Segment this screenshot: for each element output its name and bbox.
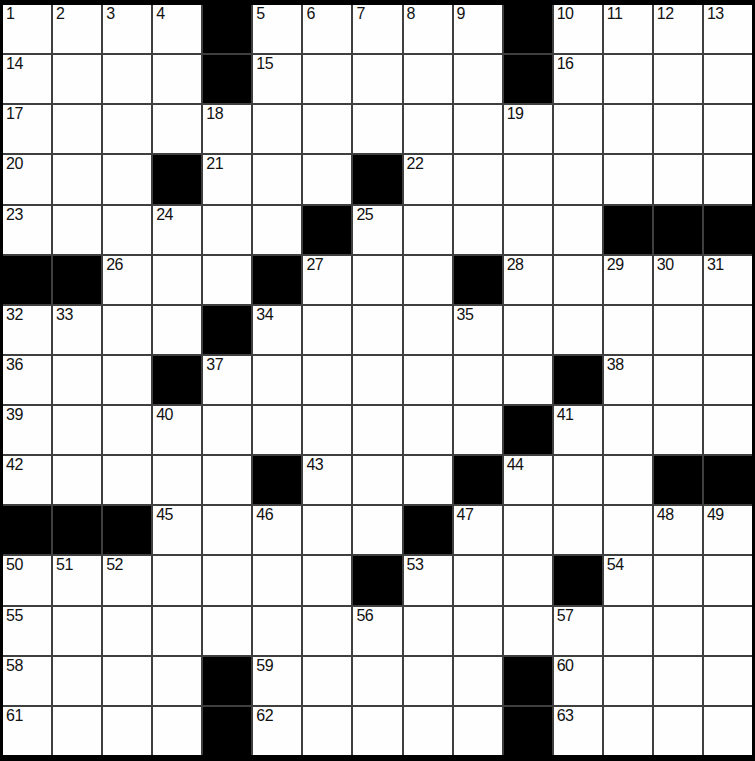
answer-cell-r3-c8[interactable] xyxy=(353,105,401,153)
answer-cell-r6-c12[interactable] xyxy=(554,256,602,304)
blocked-cell-r4-c8 xyxy=(353,155,401,203)
answer-cell-r5-c4[interactable]: 24 xyxy=(153,206,201,254)
answer-cell-r13-c11[interactable] xyxy=(504,607,552,655)
answer-cell-r5-c6[interactable] xyxy=(253,206,301,254)
answer-cell-r2-c7[interactable] xyxy=(303,55,351,103)
blocked-cell-r11-c1 xyxy=(3,506,51,554)
answer-cell-r11-c13[interactable] xyxy=(604,506,652,554)
clue-number-1: 1 xyxy=(6,5,14,23)
answer-cell-r9-c15[interactable] xyxy=(704,406,752,454)
answer-cell-r9-c8[interactable] xyxy=(353,406,401,454)
clue-number-39: 39 xyxy=(6,406,23,424)
blocked-cell-r5-c13 xyxy=(604,206,652,254)
answer-cell-r4-c1[interactable]: 20 xyxy=(3,155,51,203)
clue-number-63: 63 xyxy=(557,707,574,725)
answer-cell-r14-c13[interactable] xyxy=(604,657,652,705)
answer-cell-r6-c7[interactable]: 27 xyxy=(303,256,351,304)
answer-cell-r4-c14[interactable] xyxy=(654,155,702,203)
answer-cell-r9-c12[interactable]: 41 xyxy=(554,406,602,454)
answer-cell-r2-c13[interactable] xyxy=(604,55,652,103)
clue-number-53: 53 xyxy=(407,556,424,574)
answer-cell-r15-c7[interactable] xyxy=(303,707,351,755)
answer-cell-r15-c12[interactable]: 63 xyxy=(554,707,602,755)
clue-number-20: 20 xyxy=(6,155,23,173)
blocked-cell-r4-c4 xyxy=(153,155,201,203)
clue-number-19: 19 xyxy=(507,105,524,123)
answer-cell-r13-c7[interactable] xyxy=(303,607,351,655)
clue-number-59: 59 xyxy=(256,657,273,675)
answer-cell-r8-c15[interactable] xyxy=(704,356,752,404)
answer-cell-r13-c5[interactable] xyxy=(203,607,251,655)
answer-cell-r6-c5[interactable] xyxy=(203,256,251,304)
clue-number-61: 61 xyxy=(6,707,23,725)
clue-number-26: 26 xyxy=(106,256,123,274)
answer-cell-r9-c5[interactable] xyxy=(203,406,251,454)
answer-cell-r9-c9[interactable] xyxy=(404,406,452,454)
answer-cell-r4-c12[interactable] xyxy=(554,155,602,203)
answer-cell-r13-c6[interactable] xyxy=(253,607,301,655)
answer-cell-r15-c15[interactable] xyxy=(704,707,752,755)
answer-cell-r8-c7[interactable] xyxy=(303,356,351,404)
clue-number-31: 31 xyxy=(707,256,724,274)
answer-cell-r5-c11[interactable] xyxy=(504,206,552,254)
answer-cell-r14-c8[interactable] xyxy=(353,657,401,705)
answer-cell-r12-c11[interactable] xyxy=(504,556,552,604)
answer-cell-r6-c15[interactable]: 31 xyxy=(704,256,752,304)
clue-number-17: 17 xyxy=(6,105,23,123)
answer-cell-r15-c1[interactable]: 61 xyxy=(3,707,51,755)
blocked-cell-r11-c3 xyxy=(103,506,151,554)
answer-cell-r1-c2[interactable]: 2 xyxy=(53,5,101,53)
answer-cell-r1-c8[interactable]: 7 xyxy=(353,5,401,53)
clue-number-46: 46 xyxy=(256,506,273,524)
clue-number-4: 4 xyxy=(156,5,164,23)
blocked-cell-r15-c5 xyxy=(203,707,251,755)
answer-cell-r8-c11[interactable] xyxy=(504,356,552,404)
clue-number-28: 28 xyxy=(507,256,524,274)
clue-number-33: 33 xyxy=(56,306,73,324)
answer-cell-r5-c9[interactable] xyxy=(404,206,452,254)
blocked-cell-r9-c11 xyxy=(504,406,552,454)
blocked-cell-r12-c12 xyxy=(554,556,602,604)
answer-cell-r15-c8[interactable] xyxy=(353,707,401,755)
blocked-cell-r6-c1 xyxy=(3,256,51,304)
blocked-cell-r8-c4 xyxy=(153,356,201,404)
answer-cell-r13-c2[interactable] xyxy=(53,607,101,655)
answer-cell-r1-c15[interactable]: 13 xyxy=(704,5,752,53)
answer-cell-r8-c8[interactable] xyxy=(353,356,401,404)
answer-cell-r4-c5[interactable]: 21 xyxy=(203,155,251,203)
answer-cell-r15-c4[interactable] xyxy=(153,707,201,755)
answer-cell-r15-c3[interactable] xyxy=(103,707,151,755)
answer-cell-r8-c5[interactable]: 37 xyxy=(203,356,251,404)
answer-cell-r10-c7[interactable]: 43 xyxy=(303,456,351,504)
answer-cell-r3-c15[interactable] xyxy=(704,105,752,153)
answer-cell-r14-c6[interactable]: 59 xyxy=(253,657,301,705)
answer-cell-r12-c1[interactable]: 50 xyxy=(3,556,51,604)
clue-number-51: 51 xyxy=(56,556,73,574)
clue-number-9: 9 xyxy=(457,5,465,23)
answer-cell-r14-c3[interactable] xyxy=(103,657,151,705)
answer-cell-r12-c14[interactable] xyxy=(654,556,702,604)
clue-number-34: 34 xyxy=(256,306,273,324)
answer-cell-r9-c4[interactable]: 40 xyxy=(153,406,201,454)
clue-number-3: 3 xyxy=(106,5,114,23)
answer-cell-r6-c11[interactable]: 28 xyxy=(504,256,552,304)
answer-cell-r3-c1[interactable]: 17 xyxy=(3,105,51,153)
answer-cell-r13-c15[interactable] xyxy=(704,607,752,655)
answer-cell-r9-c7[interactable] xyxy=(303,406,351,454)
answer-cell-r6-c3[interactable]: 26 xyxy=(103,256,151,304)
answer-cell-r9-c3[interactable] xyxy=(103,406,151,454)
answer-cell-r11-c4[interactable]: 45 xyxy=(153,506,201,554)
clue-number-7: 7 xyxy=(356,5,364,23)
clue-number-21: 21 xyxy=(206,155,223,173)
answer-cell-r12-c15[interactable] xyxy=(704,556,752,604)
answer-cell-r2-c6[interactable]: 15 xyxy=(253,55,301,103)
answer-cell-r2-c12[interactable]: 16 xyxy=(554,55,602,103)
clue-number-57: 57 xyxy=(557,607,574,625)
blocked-cell-r12-c8 xyxy=(353,556,401,604)
answer-cell-r1-c13[interactable]: 11 xyxy=(604,5,652,53)
answer-cell-r5-c5[interactable] xyxy=(203,206,251,254)
answer-cell-r13-c10[interactable] xyxy=(454,607,502,655)
answer-cell-r7-c11[interactable] xyxy=(504,306,552,354)
answer-cell-r10-c5[interactable] xyxy=(203,456,251,504)
answer-cell-r6-c9[interactable] xyxy=(404,256,452,304)
answer-cell-r13-c4[interactable] xyxy=(153,607,201,655)
clue-number-60: 60 xyxy=(557,657,574,675)
blocked-cell-r7-c5 xyxy=(203,306,251,354)
answer-cell-r3-c14[interactable] xyxy=(654,105,702,153)
clue-number-8: 8 xyxy=(407,5,415,23)
answer-cell-r1-c7[interactable]: 6 xyxy=(303,5,351,53)
clue-number-5: 5 xyxy=(256,5,264,23)
clue-number-11: 11 xyxy=(607,5,623,23)
blocked-cell-r6-c2 xyxy=(53,256,101,304)
answer-cell-r8-c3[interactable] xyxy=(103,356,151,404)
blocked-cell-r15-c11 xyxy=(504,707,552,755)
answer-cell-r10-c1[interactable]: 42 xyxy=(3,456,51,504)
clue-number-56: 56 xyxy=(356,607,373,625)
clue-number-49: 49 xyxy=(707,506,724,524)
blocked-cell-r11-c2 xyxy=(53,506,101,554)
answer-cell-r15-c9[interactable] xyxy=(404,707,452,755)
clue-number-27: 27 xyxy=(306,256,323,274)
answer-cell-r5-c1[interactable]: 23 xyxy=(3,206,51,254)
answer-cell-r11-c11[interactable] xyxy=(504,506,552,554)
blocked-cell-r14-c5 xyxy=(203,657,251,705)
answer-cell-r3-c7[interactable] xyxy=(303,105,351,153)
clue-number-2: 2 xyxy=(56,5,64,23)
answer-cell-r11-c15[interactable]: 49 xyxy=(704,506,752,554)
answer-cell-r8-c9[interactable] xyxy=(404,356,452,404)
answer-cell-r3-c2[interactable] xyxy=(53,105,101,153)
answer-cell-r11-c10[interactable]: 47 xyxy=(454,506,502,554)
answer-cell-r5-c3[interactable] xyxy=(103,206,151,254)
answer-cell-r2-c4[interactable] xyxy=(153,55,201,103)
blocked-cell-r10-c15 xyxy=(704,456,752,504)
answer-cell-r2-c1[interactable]: 14 xyxy=(3,55,51,103)
clue-number-12: 12 xyxy=(657,5,674,23)
blocked-cell-r6-c10 xyxy=(454,256,502,304)
answer-cell-r12-c13[interactable]: 54 xyxy=(604,556,652,604)
answer-cell-r4-c3[interactable] xyxy=(103,155,151,203)
answer-cell-r14-c4[interactable] xyxy=(153,657,201,705)
blocked-cell-r11-c9 xyxy=(404,506,452,554)
blocked-cell-r6-c6 xyxy=(253,256,301,304)
answer-cell-r7-c1[interactable]: 32 xyxy=(3,306,51,354)
answer-cell-r3-c6[interactable] xyxy=(253,105,301,153)
answer-cell-r4-c2[interactable] xyxy=(53,155,101,203)
clue-number-14: 14 xyxy=(6,55,23,73)
clue-number-16: 16 xyxy=(557,55,574,73)
answer-cell-r7-c15[interactable] xyxy=(704,306,752,354)
answer-cell-r3-c3[interactable] xyxy=(103,105,151,153)
answer-cell-r3-c11[interactable]: 19 xyxy=(504,105,552,153)
answer-cell-r1-c1[interactable]: 1 xyxy=(3,5,51,53)
clue-number-15: 15 xyxy=(256,55,273,73)
answer-cell-r15-c14[interactable] xyxy=(654,707,702,755)
blocked-cell-r2-c11 xyxy=(504,55,552,103)
answer-cell-r1-c12[interactable]: 10 xyxy=(554,5,602,53)
answer-cell-r11-c12[interactable] xyxy=(554,506,602,554)
answer-cell-r13-c12[interactable]: 57 xyxy=(554,607,602,655)
answer-cell-r11-c14[interactable]: 48 xyxy=(654,506,702,554)
clue-number-23: 23 xyxy=(6,206,23,224)
clue-number-40: 40 xyxy=(156,406,173,424)
answer-cell-r13-c8[interactable]: 56 xyxy=(353,607,401,655)
answer-cell-r5-c12[interactable] xyxy=(554,206,602,254)
answer-cell-r10-c12[interactable] xyxy=(554,456,602,504)
answer-cell-r4-c13[interactable] xyxy=(604,155,652,203)
crossword-grid: 1234567891011121314151617181920212223242… xyxy=(0,0,755,761)
clue-number-36: 36 xyxy=(6,356,23,374)
answer-cell-r7-c7[interactable] xyxy=(303,306,351,354)
answer-cell-r6-c8[interactable] xyxy=(353,256,401,304)
clue-number-13: 13 xyxy=(707,5,724,23)
answer-cell-r7-c4[interactable] xyxy=(153,306,201,354)
answer-cell-r3-c9[interactable] xyxy=(404,105,452,153)
answer-cell-r3-c4[interactable] xyxy=(153,105,201,153)
clue-number-44: 44 xyxy=(507,456,524,474)
clue-number-10: 10 xyxy=(557,5,574,23)
clue-number-58: 58 xyxy=(6,657,23,675)
answer-cell-r1-c3[interactable]: 3 xyxy=(103,5,151,53)
answer-cell-r7-c6[interactable]: 34 xyxy=(253,306,301,354)
blocked-cell-r14-c11 xyxy=(504,657,552,705)
answer-cell-r9-c13[interactable] xyxy=(604,406,652,454)
answer-cell-r14-c10[interactable] xyxy=(454,657,502,705)
answer-cell-r7-c10[interactable]: 35 xyxy=(454,306,502,354)
answer-cell-r12-c2[interactable]: 51 xyxy=(53,556,101,604)
answer-cell-r3-c13[interactable] xyxy=(604,105,652,153)
clue-number-62: 62 xyxy=(256,707,273,725)
answer-cell-r14-c12[interactable]: 60 xyxy=(554,657,602,705)
answer-cell-r14-c7[interactable] xyxy=(303,657,351,705)
answer-cell-r11-c8[interactable] xyxy=(353,506,401,554)
answer-cell-r2-c2[interactable] xyxy=(53,55,101,103)
answer-cell-r11-c6[interactable]: 46 xyxy=(253,506,301,554)
clue-number-6: 6 xyxy=(306,5,314,23)
answer-cell-r6-c14[interactable]: 30 xyxy=(654,256,702,304)
answer-cell-r8-c1[interactable]: 36 xyxy=(3,356,51,404)
answer-cell-r7-c14[interactable] xyxy=(654,306,702,354)
answer-cell-r14-c9[interactable] xyxy=(404,657,452,705)
answer-cell-r15-c13[interactable] xyxy=(604,707,652,755)
answer-cell-r1-c9[interactable]: 8 xyxy=(404,5,452,53)
answer-cell-r1-c10[interactable]: 9 xyxy=(454,5,502,53)
answer-cell-r9-c1[interactable]: 39 xyxy=(3,406,51,454)
answer-cell-r2-c15[interactable] xyxy=(704,55,752,103)
answer-cell-r10-c3[interactable] xyxy=(103,456,151,504)
answer-cell-r2-c8[interactable] xyxy=(353,55,401,103)
clue-number-35: 35 xyxy=(457,306,474,324)
answer-cell-r10-c2[interactable] xyxy=(53,456,101,504)
answer-cell-r14-c2[interactable] xyxy=(53,657,101,705)
answer-cell-r2-c9[interactable] xyxy=(404,55,452,103)
blocked-cell-r10-c10 xyxy=(454,456,502,504)
answer-cell-r12-c5[interactable] xyxy=(203,556,251,604)
blocked-cell-r5-c15 xyxy=(704,206,752,254)
answer-cell-r8-c6[interactable] xyxy=(253,356,301,404)
answer-cell-r5-c10[interactable] xyxy=(454,206,502,254)
blocked-cell-r1-c5 xyxy=(203,5,251,53)
answer-cell-r12-c4[interactable] xyxy=(153,556,201,604)
blocked-cell-r5-c14 xyxy=(654,206,702,254)
answer-cell-r2-c10[interactable] xyxy=(454,55,502,103)
answer-cell-r12-c10[interactable] xyxy=(454,556,502,604)
clue-number-24: 24 xyxy=(156,206,173,224)
blocked-cell-r5-c7 xyxy=(303,206,351,254)
clue-number-43: 43 xyxy=(306,456,323,474)
answer-cell-r14-c1[interactable]: 58 xyxy=(3,657,51,705)
answer-cell-r13-c14[interactable] xyxy=(654,607,702,655)
blocked-cell-r1-c11 xyxy=(504,5,552,53)
answer-cell-r15-c10[interactable] xyxy=(454,707,502,755)
answer-cell-r10-c8[interactable] xyxy=(353,456,401,504)
clue-number-18: 18 xyxy=(206,105,223,123)
answer-cell-r4-c10[interactable] xyxy=(454,155,502,203)
clue-number-52: 52 xyxy=(106,556,123,574)
answer-cell-r4-c11[interactable] xyxy=(504,155,552,203)
clue-number-42: 42 xyxy=(6,456,23,474)
answer-cell-r7-c9[interactable] xyxy=(404,306,452,354)
answer-cell-r13-c3[interactable] xyxy=(103,607,151,655)
clue-number-22: 22 xyxy=(407,155,424,173)
answer-cell-r8-c10[interactable] xyxy=(454,356,502,404)
answer-cell-r5-c8[interactable]: 25 xyxy=(353,206,401,254)
answer-cell-r10-c4[interactable] xyxy=(153,456,201,504)
answer-cell-r10-c11[interactable]: 44 xyxy=(504,456,552,504)
answer-cell-r12-c9[interactable]: 53 xyxy=(404,556,452,604)
clue-number-25: 25 xyxy=(356,206,373,224)
answer-cell-r4-c6[interactable] xyxy=(253,155,301,203)
clue-number-30: 30 xyxy=(657,256,674,274)
answer-cell-r7-c8[interactable] xyxy=(353,306,401,354)
answer-cell-r15-c6[interactable]: 62 xyxy=(253,707,301,755)
answer-cell-r13-c9[interactable] xyxy=(404,607,452,655)
answer-cell-r12-c6[interactable] xyxy=(253,556,301,604)
clue-number-47: 47 xyxy=(457,506,474,524)
answer-cell-r2-c3[interactable] xyxy=(103,55,151,103)
answer-cell-r3-c5[interactable]: 18 xyxy=(203,105,251,153)
answer-cell-r3-c10[interactable] xyxy=(454,105,502,153)
answer-cell-r6-c4[interactable] xyxy=(153,256,201,304)
answer-cell-r9-c14[interactable] xyxy=(654,406,702,454)
answer-cell-r11-c7[interactable] xyxy=(303,506,351,554)
answer-cell-r9-c10[interactable] xyxy=(454,406,502,454)
clue-number-29: 29 xyxy=(607,256,624,274)
answer-cell-r10-c13[interactable] xyxy=(604,456,652,504)
answer-cell-r4-c7[interactable] xyxy=(303,155,351,203)
blocked-cell-r8-c12 xyxy=(554,356,602,404)
clue-number-50: 50 xyxy=(6,556,23,574)
answer-cell-r13-c1[interactable]: 55 xyxy=(3,607,51,655)
answer-cell-r13-c13[interactable] xyxy=(604,607,652,655)
blocked-cell-r10-c6 xyxy=(253,456,301,504)
blocked-cell-r2-c5 xyxy=(203,55,251,103)
clue-number-54: 54 xyxy=(607,556,624,574)
clue-number-32: 32 xyxy=(6,306,23,324)
clue-number-55: 55 xyxy=(6,607,23,625)
answer-cell-r1-c6[interactable]: 5 xyxy=(253,5,301,53)
clue-number-41: 41 xyxy=(557,406,574,424)
answer-cell-r1-c14[interactable]: 12 xyxy=(654,5,702,53)
answer-cell-r9-c6[interactable] xyxy=(253,406,301,454)
answer-cell-r12-c7[interactable] xyxy=(303,556,351,604)
clue-number-45: 45 xyxy=(156,506,173,524)
answer-cell-r12-c3[interactable]: 52 xyxy=(103,556,151,604)
answer-cell-r6-c13[interactable]: 29 xyxy=(604,256,652,304)
answer-cell-r10-c9[interactable] xyxy=(404,456,452,504)
answer-cell-r7-c3[interactable] xyxy=(103,306,151,354)
answer-cell-r7-c12[interactable] xyxy=(554,306,602,354)
clue-number-38: 38 xyxy=(607,356,624,374)
answer-cell-r7-c13[interactable] xyxy=(604,306,652,354)
answer-cell-r14-c14[interactable] xyxy=(654,657,702,705)
clue-number-37: 37 xyxy=(206,356,223,374)
answer-cell-r8-c13[interactable]: 38 xyxy=(604,356,652,404)
answer-cell-r8-c14[interactable] xyxy=(654,356,702,404)
answer-cell-r15-c2[interactable] xyxy=(53,707,101,755)
answer-cell-r5-c2[interactable] xyxy=(53,206,101,254)
answer-cell-r8-c2[interactable] xyxy=(53,356,101,404)
answer-cell-r3-c12[interactable] xyxy=(554,105,602,153)
answer-cell-r4-c15[interactable] xyxy=(704,155,752,203)
answer-cell-r7-c2[interactable]: 33 xyxy=(53,306,101,354)
answer-cell-r4-c9[interactable]: 22 xyxy=(404,155,452,203)
answer-cell-r11-c5[interactable] xyxy=(203,506,251,554)
answer-cell-r2-c14[interactable] xyxy=(654,55,702,103)
answer-cell-r9-c2[interactable] xyxy=(53,406,101,454)
answer-cell-r14-c15[interactable] xyxy=(704,657,752,705)
clue-number-48: 48 xyxy=(657,506,674,524)
answer-cell-r1-c4[interactable]: 4 xyxy=(153,5,201,53)
blocked-cell-r10-c14 xyxy=(654,456,702,504)
